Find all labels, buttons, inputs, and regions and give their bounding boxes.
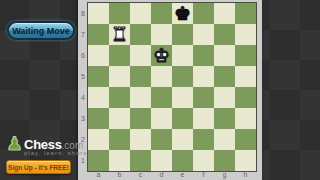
square-d2[interactable] [151,129,172,150]
file-label-f: f [193,170,214,180]
square-g5[interactable] [214,66,235,87]
signup-button[interactable]: Sign Up - it's FREE! [6,160,71,174]
square-b4[interactable] [109,87,130,108]
square-c7[interactable] [130,24,151,45]
square-d5[interactable] [151,66,172,87]
square-a8[interactable] [88,3,109,24]
square-g4[interactable] [214,87,235,108]
rank-label-5: 5 [78,66,88,87]
square-e7[interactable] [172,24,193,45]
rank-label-8: 8 [78,3,88,24]
white-king-icon[interactable]: ♚ [151,45,172,66]
square-f4[interactable] [193,87,214,108]
square-a7[interactable] [88,24,109,45]
square-h7[interactable] [235,24,256,45]
file-label-b: b [109,170,130,180]
square-e5[interactable] [172,66,193,87]
square-f3[interactable] [193,108,214,129]
rank-label-4: 4 [78,87,88,108]
square-f5[interactable] [193,66,214,87]
square-f1[interactable] [193,150,214,171]
square-a6[interactable] [88,45,109,66]
square-c8[interactable] [130,3,151,24]
square-g7[interactable] [214,24,235,45]
waiting-move-button[interactable]: Waiting Move [7,21,75,40]
chess-board-frame: 87654321 ♚♜♚ abcdefgh [78,0,262,180]
file-label-d: d [151,170,172,180]
square-e3[interactable] [172,108,193,129]
square-b1[interactable] [109,150,130,171]
square-g2[interactable] [214,129,235,150]
square-g6[interactable] [214,45,235,66]
square-b3[interactable] [109,108,130,129]
file-label-e: e [172,170,193,180]
square-c5[interactable] [130,66,151,87]
rank-label-6: 6 [78,45,88,66]
square-c4[interactable] [130,87,151,108]
square-h4[interactable] [235,87,256,108]
file-label-a: a [88,170,109,180]
chess-board[interactable]: ♚♜♚ [88,3,256,171]
square-d6[interactable]: ♚ [151,45,172,66]
square-g8[interactable] [214,3,235,24]
square-h5[interactable] [235,66,256,87]
file-labels: abcdefgh [88,170,256,180]
square-d4[interactable] [151,87,172,108]
square-c6[interactable] [130,45,151,66]
black-king-icon[interactable]: ♚ [172,3,193,24]
square-d8[interactable] [151,3,172,24]
square-d1[interactable] [151,150,172,171]
logo-tagline: play. learn. share. [24,150,90,156]
square-h1[interactable] [235,150,256,171]
rank-label-7: 7 [78,24,88,45]
rank-label-3: 3 [78,108,88,129]
square-b7[interactable]: ♜ [109,24,130,45]
square-f8[interactable] [193,3,214,24]
square-e8[interactable]: ♚ [172,3,193,24]
square-a2[interactable] [88,129,109,150]
square-e2[interactable] [172,129,193,150]
file-label-c: c [130,170,151,180]
square-h2[interactable] [235,129,256,150]
pawn-icon: ♟ [6,132,23,154]
square-g1[interactable] [214,150,235,171]
square-a3[interactable] [88,108,109,129]
square-d3[interactable] [151,108,172,129]
square-b6[interactable] [109,45,130,66]
square-a1[interactable] [88,150,109,171]
file-label-g: g [214,170,235,180]
square-b8[interactable] [109,3,130,24]
square-b5[interactable] [109,66,130,87]
square-c1[interactable] [130,150,151,171]
square-c3[interactable] [130,108,151,129]
square-e4[interactable] [172,87,193,108]
square-b2[interactable] [109,129,130,150]
square-e6[interactable] [172,45,193,66]
file-label-h: h [235,170,256,180]
square-a5[interactable] [88,66,109,87]
square-f2[interactable] [193,129,214,150]
square-d7[interactable] [151,24,172,45]
square-f7[interactable] [193,24,214,45]
square-g3[interactable] [214,108,235,129]
square-h8[interactable] [235,3,256,24]
square-e1[interactable] [172,150,193,171]
square-a4[interactable] [88,87,109,108]
square-h3[interactable] [235,108,256,129]
waiting-move-label: Waiting Move [12,26,70,36]
square-f6[interactable] [193,45,214,66]
white-rook-icon[interactable]: ♜ [109,24,130,45]
square-h6[interactable] [235,45,256,66]
square-c2[interactable] [130,129,151,150]
video-frame: Waiting Move 87654321 ♚♜♚ abcdefgh ♟ Che… [0,0,320,180]
